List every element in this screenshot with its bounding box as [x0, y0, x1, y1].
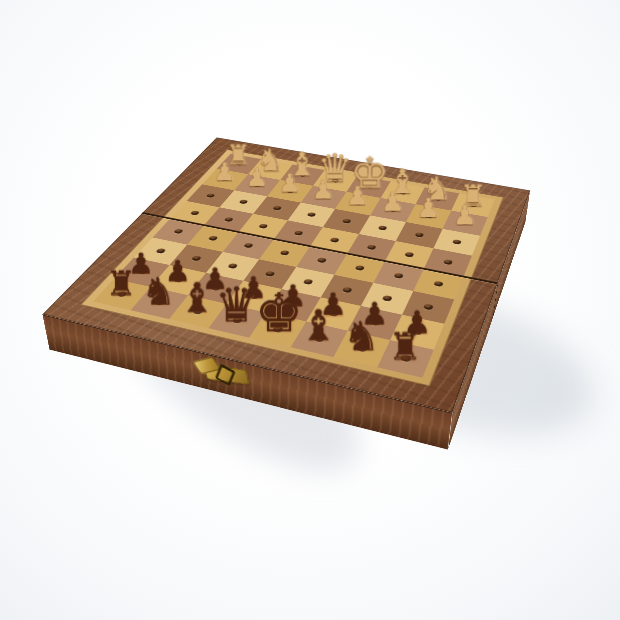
peg-hole: [378, 225, 388, 230]
photo-stage: ♜♞♝♛♚♝♞♜♟♟♟♟♟♟♟♟♟♟♟♟♟♟♟♟♜♞♝♛♚♝♞♜: [0, 0, 620, 620]
peg-hole: [433, 281, 444, 287]
peg-hole: [317, 257, 328, 263]
peg-hole: [443, 259, 453, 265]
peg-hole: [206, 193, 216, 198]
fold-seam-side: [493, 282, 498, 318]
peg-hole: [393, 273, 404, 279]
box-top-face: ♜♞♝♛♚♝♞♜♟♟♟♟♟♟♟♟♟♟♟♟♟♟♟♟♜♞♝♛♚♝♞♜: [42, 138, 530, 413]
chess-box: ♜♞♝♛♚♝♞♜♟♟♟♟♟♟♟♟♟♟♟♟♟♟♟♟♜♞♝♛♚♝♞♜: [49, 168, 525, 450]
peg-hole: [342, 219, 352, 224]
peg-hole: [243, 243, 254, 249]
peg-hole: [355, 265, 366, 271]
peg-hole: [279, 250, 290, 256]
peg-hole: [366, 244, 376, 250]
peg-hole: [307, 212, 317, 217]
peg-hole: [272, 206, 282, 211]
peg-hole: [452, 239, 462, 245]
brass-clasp[interactable]: [195, 357, 252, 390]
peg-hole: [293, 230, 303, 235]
peg-hole: [190, 210, 200, 215]
peg-hole: [173, 229, 184, 234]
peg-hole: [330, 237, 340, 243]
peg-hole: [258, 224, 268, 229]
peg-hole: [239, 199, 249, 204]
peg-hole: [414, 232, 424, 238]
black-knight[interactable]: ♞: [137, 272, 179, 310]
